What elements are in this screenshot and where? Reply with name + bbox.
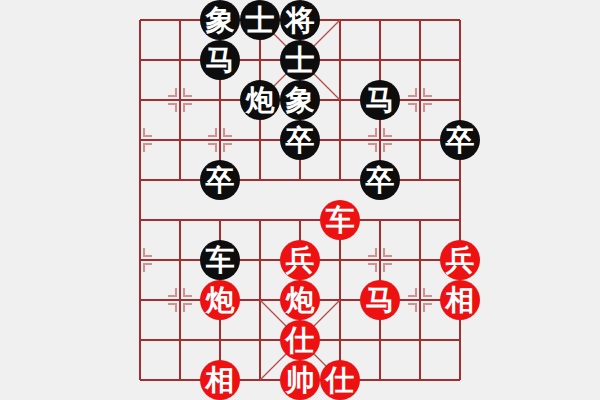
piece-red-cannon[interactable]: 炮 bbox=[200, 280, 240, 320]
piece-red-chariot[interactable]: 车 bbox=[320, 200, 360, 240]
piece-red-soldier[interactable]: 兵 bbox=[280, 240, 320, 280]
piece-black-elephant[interactable]: 象 bbox=[280, 80, 320, 120]
app-background: 象士将马士炮象马卒卒卒卒车车兵兵炮炮马相仕相帅仕 bbox=[0, 0, 600, 400]
piece-red-horse[interactable]: 马 bbox=[360, 280, 400, 320]
piece-red-cannon[interactable]: 炮 bbox=[280, 280, 320, 320]
piece-red-advisor[interactable]: 仕 bbox=[280, 320, 320, 360]
piece-black-soldier[interactable]: 卒 bbox=[280, 120, 320, 160]
piece-red-elephant[interactable]: 相 bbox=[200, 360, 240, 400]
piece-black-chariot[interactable]: 车 bbox=[200, 240, 240, 280]
board-intersections[interactable]: 象士将马士炮象马卒卒卒卒车车兵兵炮炮马相仕相帅仕 bbox=[120, 0, 480, 400]
piece-black-advisor[interactable]: 士 bbox=[280, 40, 320, 80]
piece-black-general[interactable]: 将 bbox=[280, 0, 320, 40]
piece-red-advisor[interactable]: 仕 bbox=[320, 360, 360, 400]
piece-black-horse[interactable]: 马 bbox=[360, 80, 400, 120]
piece-black-elephant[interactable]: 象 bbox=[200, 0, 240, 40]
piece-black-horse[interactable]: 马 bbox=[200, 40, 240, 80]
piece-red-elephant[interactable]: 相 bbox=[440, 280, 480, 320]
piece-black-advisor[interactable]: 士 bbox=[240, 0, 280, 40]
piece-black-soldier[interactable]: 卒 bbox=[360, 160, 400, 200]
piece-black-soldier[interactable]: 卒 bbox=[200, 160, 240, 200]
piece-red-soldier[interactable]: 兵 bbox=[440, 240, 480, 280]
piece-red-general[interactable]: 帅 bbox=[280, 360, 320, 400]
xiangqi-board[interactable]: 象士将马士炮象马卒卒卒卒车车兵兵炮炮马相仕相帅仕 bbox=[120, 0, 480, 400]
piece-black-cannon[interactable]: 炮 bbox=[240, 80, 280, 120]
piece-black-soldier[interactable]: 卒 bbox=[440, 120, 480, 160]
